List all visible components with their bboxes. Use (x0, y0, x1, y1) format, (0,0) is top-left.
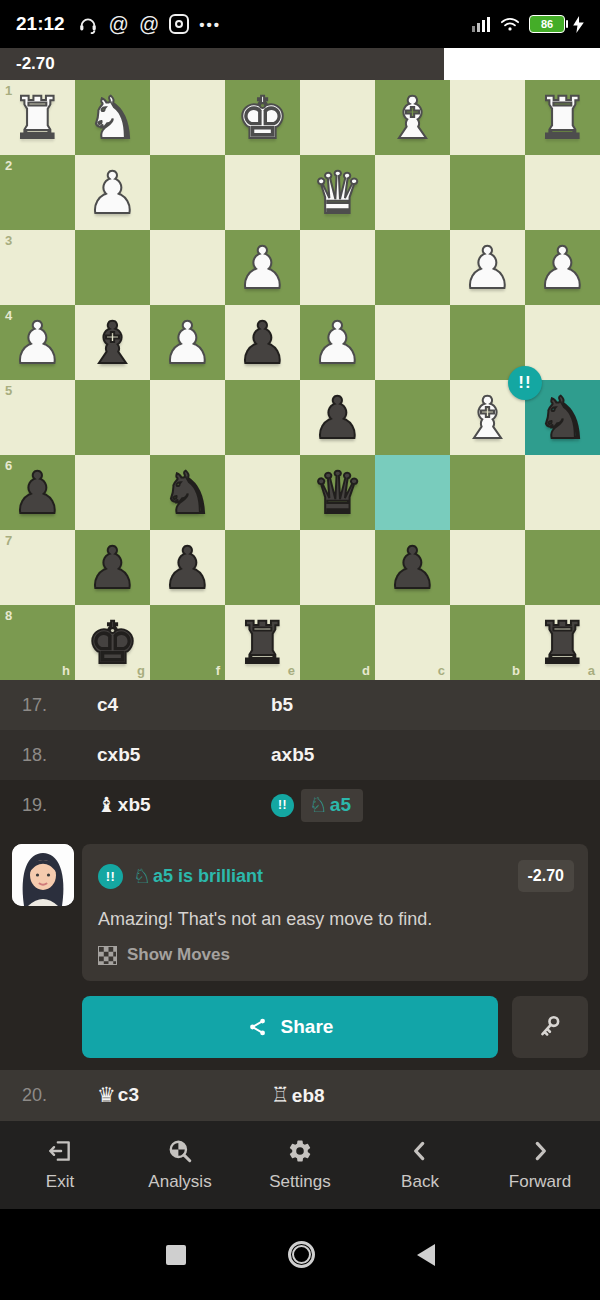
square-d1[interactable] (300, 80, 375, 155)
white-pawn: ♟ (300, 305, 375, 380)
move-white[interactable]: cxb5 (77, 744, 253, 766)
black-rook: ♜ (525, 605, 600, 680)
black-pawn: ♟ (300, 380, 375, 455)
square-g7[interactable]: ♟ (75, 530, 150, 605)
black-pawn: ♟ (375, 530, 450, 605)
square-e1[interactable]: ♚ (225, 80, 300, 155)
move-black-selected[interactable]: ♘a5 (301, 789, 363, 822)
show-moves-button[interactable]: Show Moves (98, 945, 574, 965)
square-d5[interactable]: ♟ (300, 380, 375, 455)
square-e3[interactable]: ♟ (225, 230, 300, 305)
move-number: 18. (0, 745, 77, 766)
square-c8[interactable]: c (375, 605, 450, 680)
white-knight: ♞ (75, 80, 150, 155)
black-pawn: ♟ (225, 305, 300, 380)
square-e6[interactable] (225, 455, 300, 530)
comment-section: !! ♘a5 is brilliant -2.70 Amazing! That'… (0, 830, 600, 1070)
piece-figurine-icon: ♝ (97, 793, 116, 817)
move-black[interactable]: ♖eb8 (271, 1083, 325, 1107)
chevron-right-icon (527, 1138, 553, 1164)
square-g1[interactable]: ♞ (75, 80, 150, 155)
square-h8[interactable]: 8h (0, 605, 75, 680)
bottom-toolbar: Exit Analysis Settings Back (0, 1120, 600, 1209)
chevron-left-icon (407, 1138, 433, 1164)
square-d7[interactable] (300, 530, 375, 605)
rank-label: 7 (5, 533, 12, 548)
square-d6[interactable]: ♛ (300, 455, 375, 530)
black-bishop: ♝ (75, 305, 150, 380)
white-queen: ♛ (300, 155, 375, 230)
move-black[interactable]: b5 (271, 694, 293, 716)
square-f2[interactable] (150, 155, 225, 230)
key-icon (537, 1014, 563, 1040)
move-row-20-container: 20.♛c3♖eb8 (0, 1070, 600, 1120)
clock: 21:12 (16, 13, 65, 35)
settings-button[interactable]: Settings (240, 1121, 360, 1209)
comment-body: Amazing! That's not an easy move to find… (98, 909, 574, 930)
square-a8[interactable]: a♜ (525, 605, 600, 680)
android-home-button[interactable] (288, 1241, 315, 1268)
instagram-icon (169, 14, 189, 34)
piece-figurine-icon: ♛ (97, 1083, 116, 1107)
rank-label: 5 (5, 383, 12, 398)
white-pawn: ♟ (225, 230, 300, 305)
black-queen: ♛ (300, 455, 375, 530)
square-b7[interactable] (450, 530, 525, 605)
knight-figurine-icon: ♘ (133, 864, 151, 888)
white-pawn: ♟ (150, 305, 225, 380)
back-button[interactable]: Back (360, 1121, 480, 1209)
square-b2[interactable] (450, 155, 525, 230)
white-bishop: ♝ (375, 80, 450, 155)
square-e7[interactable] (225, 530, 300, 605)
comment-title: ♘a5 is brilliant (133, 864, 508, 888)
square-c1[interactable]: ♝ (375, 80, 450, 155)
move-list: 17.c4b518.cxb5axb519.♝xb5!!♘a5 (0, 680, 600, 830)
black-rook: ♜ (225, 605, 300, 680)
piece-figurine-icon: ♖ (271, 1083, 290, 1107)
exit-icon (47, 1138, 73, 1164)
move-white[interactable]: ♛c3 (77, 1083, 253, 1107)
brilliant-badge-icon: !! (271, 794, 294, 817)
more-notifications-icon: ••• (199, 16, 221, 33)
white-pawn: ♟ (75, 155, 150, 230)
gear-icon (287, 1138, 313, 1164)
white-rook: ♜ (525, 80, 600, 155)
square-e4[interactable]: ♟ (225, 305, 300, 380)
chess-board[interactable]: 1♜♞♚♝♜2♟♛3♟♟♟4♟♝♟♟♟5♟♝♞6♟♞♛7♟♟♟8hg♚fe♜dc… (0, 80, 600, 680)
square-d2[interactable]: ♛ (300, 155, 375, 230)
eval-chip: -2.70 (518, 860, 574, 892)
checkerboard-icon (98, 946, 117, 965)
square-c5[interactable] (375, 380, 450, 455)
square-b3[interactable]: ♟ (450, 230, 525, 305)
wifi-icon (499, 15, 521, 33)
move-number: 20. (0, 1085, 77, 1106)
rank-label: 3 (5, 233, 12, 248)
file-label: f (216, 663, 220, 678)
black-king: ♚ (75, 605, 150, 680)
white-pawn: ♟ (0, 305, 75, 380)
move-black[interactable]: axb5 (271, 744, 314, 766)
comment-card: !! ♘a5 is brilliant -2.70 Amazing! That'… (82, 844, 588, 981)
square-g5[interactable] (75, 380, 150, 455)
file-label: d (362, 663, 370, 678)
evaluation-score: -2.70 (0, 54, 55, 74)
white-pawn: ♟ (525, 230, 600, 305)
square-a1[interactable]: ♜ (525, 80, 600, 155)
share-icon (247, 1016, 269, 1038)
black-pawn: ♟ (75, 530, 150, 605)
file-label: b (512, 663, 520, 678)
analysis-button[interactable]: Analysis (120, 1121, 240, 1209)
square-b1[interactable] (450, 80, 525, 155)
square-e2[interactable] (225, 155, 300, 230)
square-a7[interactable] (525, 530, 600, 605)
move-white[interactable]: c4 (77, 694, 253, 716)
move-row: 19.♝xb5!!♘a5 (0, 780, 600, 830)
square-g2[interactable]: ♟ (75, 155, 150, 230)
square-g4[interactable]: ♝ (75, 305, 150, 380)
move-row: 17.c4b5 (0, 680, 600, 730)
square-h1[interactable]: 1♜ (0, 80, 75, 155)
black-pawn: ♟ (150, 530, 225, 605)
status-bar: 21:12 @ @ ••• (0, 0, 600, 48)
square-f8[interactable]: f (150, 605, 225, 680)
black-knight: ♞ (150, 455, 225, 530)
evaluation-bar: -2.70 (0, 48, 600, 80)
threads-icon-2: @ (139, 14, 159, 34)
square-f4[interactable]: ♟ (150, 305, 225, 380)
square-g8[interactable]: g♚ (75, 605, 150, 680)
white-rook: ♜ (0, 80, 75, 155)
brilliant-move-badge: !! (508, 366, 542, 400)
rank-label: 8 (5, 608, 12, 623)
square-f6[interactable]: ♞ (150, 455, 225, 530)
key-button[interactable] (512, 996, 588, 1058)
move-number: 17. (0, 695, 77, 716)
square-b6[interactable] (450, 455, 525, 530)
battery-indicator: 86 (529, 15, 565, 33)
rank-label: 2 (5, 158, 12, 173)
square-e8[interactable]: e♜ (225, 605, 300, 680)
file-label: c (438, 663, 445, 678)
move-number: 19. (0, 795, 77, 816)
coach-avatar (12, 844, 74, 906)
square-f3[interactable] (150, 230, 225, 305)
white-pawn: ♟ (450, 230, 525, 305)
square-h7[interactable]: 7 (0, 530, 75, 605)
square-c7[interactable]: ♟ (375, 530, 450, 605)
white-king: ♚ (225, 80, 300, 155)
square-c6[interactable] (375, 455, 450, 530)
square-g3[interactable] (75, 230, 150, 305)
square-a3[interactable]: ♟ (525, 230, 600, 305)
signal-icon (471, 15, 491, 33)
share-button[interactable]: Share (82, 996, 498, 1058)
black-pawn: ♟ (0, 455, 75, 530)
square-a4[interactable] (525, 305, 600, 380)
square-f1[interactable] (150, 80, 225, 155)
android-back-button[interactable] (417, 1244, 435, 1266)
square-d8[interactable]: d (300, 605, 375, 680)
square-f5[interactable] (150, 380, 225, 455)
square-e5[interactable] (225, 380, 300, 455)
file-label: h (62, 663, 70, 678)
headset-icon (77, 13, 99, 35)
square-h2[interactable]: 2 (0, 155, 75, 230)
square-a6[interactable] (525, 455, 600, 530)
move-row: 18.cxb5axb5 (0, 730, 600, 780)
square-h4[interactable]: 4♟ (0, 305, 75, 380)
square-g6[interactable] (75, 455, 150, 530)
evaluation-bar-white-segment (444, 48, 600, 80)
square-a2[interactable] (525, 155, 600, 230)
charging-icon (573, 16, 584, 33)
brilliant-badge-icon: !! (98, 864, 123, 889)
piece-figurine-icon: ♘ (309, 793, 328, 817)
square-c3[interactable] (375, 230, 450, 305)
android-recents-button[interactable] (166, 1245, 186, 1265)
analysis-icon (167, 1138, 193, 1164)
square-c4[interactable] (375, 305, 450, 380)
square-d4[interactable]: ♟ (300, 305, 375, 380)
square-c2[interactable] (375, 155, 450, 230)
android-navigation-bar (0, 1209, 600, 1300)
square-h3[interactable]: 3 (0, 230, 75, 305)
square-f7[interactable]: ♟ (150, 530, 225, 605)
square-b8[interactable]: b (450, 605, 525, 680)
move-white[interactable]: ♝xb5 (77, 793, 253, 817)
exit-button[interactable]: Exit (0, 1121, 120, 1209)
threads-icon: @ (109, 14, 129, 34)
square-h5[interactable]: 5 (0, 380, 75, 455)
square-h6[interactable]: 6♟ (0, 455, 75, 530)
move-row: 20.♛c3♖eb8 (0, 1070, 600, 1120)
forward-button[interactable]: Forward (480, 1121, 600, 1209)
square-d3[interactable] (300, 230, 375, 305)
